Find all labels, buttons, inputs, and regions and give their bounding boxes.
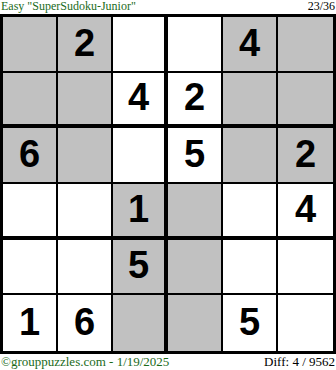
cell-r3c6[interactable]: 2	[278, 128, 333, 184]
cell-r1c6[interactable]	[278, 17, 333, 73]
cell-r1c5[interactable]: 4	[223, 17, 278, 73]
given-digit: 5	[184, 135, 205, 173]
given-digit: 1	[128, 190, 149, 228]
cell-r5c6[interactable]	[278, 240, 333, 296]
cell-r4c2[interactable]	[58, 184, 113, 240]
header-bar: Easy "SuperSudoku-Junior" 23/36	[0, 0, 336, 14]
cell-r4c4[interactable]	[168, 184, 223, 240]
sudoku-grid: 2442652145165	[0, 14, 336, 354]
cell-r6c6[interactable]	[278, 295, 333, 351]
cell-r6c1[interactable]: 1	[3, 295, 58, 351]
cell-r5c1[interactable]	[3, 240, 58, 296]
cell-r4c3[interactable]: 1	[113, 184, 168, 240]
cell-r6c3[interactable]	[113, 295, 168, 351]
given-digit: 5	[239, 303, 260, 341]
puzzle-title: Easy "SuperSudoku-Junior"	[1, 0, 136, 13]
cell-r3c1[interactable]: 6	[3, 128, 58, 184]
cell-r5c5[interactable]	[223, 240, 278, 296]
cell-r3c2[interactable]	[58, 128, 113, 184]
given-digit: 6	[74, 303, 95, 341]
cell-r1c1[interactable]	[3, 17, 58, 73]
given-digit: 4	[295, 190, 316, 228]
copyright-text: ©grouppuzzles.com - 1/19/2025	[1, 355, 169, 369]
cell-r2c3[interactable]: 4	[113, 73, 168, 129]
given-digit: 5	[128, 246, 149, 284]
cell-r2c4[interactable]: 2	[168, 73, 223, 129]
cell-r2c1[interactable]	[3, 73, 58, 129]
given-digit: 2	[295, 135, 316, 173]
given-digit: 2	[74, 24, 95, 62]
cell-r2c6[interactable]	[278, 73, 333, 129]
cell-r1c4[interactable]	[168, 17, 223, 73]
cell-r6c5[interactable]: 5	[223, 295, 278, 351]
footer-bar: ©grouppuzzles.com - 1/19/2025 Diff: 4 / …	[0, 355, 336, 370]
cell-r6c4[interactable]	[168, 295, 223, 351]
cell-r3c4[interactable]: 5	[168, 128, 223, 184]
difficulty-text: Diff: 4 / 9562	[264, 355, 335, 369]
cell-r5c4[interactable]	[168, 240, 223, 296]
cell-r1c3[interactable]	[113, 17, 168, 73]
cell-r3c3[interactable]	[113, 128, 168, 184]
cell-r4c6[interactable]: 4	[278, 184, 333, 240]
given-digit: 1	[19, 303, 40, 341]
cell-r4c5[interactable]	[223, 184, 278, 240]
given-digit: 6	[19, 135, 40, 173]
cell-r1c2[interactable]: 2	[58, 17, 113, 73]
given-digit: 2	[184, 78, 205, 116]
cell-r6c2[interactable]: 6	[58, 295, 113, 351]
cell-r4c1[interactable]	[3, 184, 58, 240]
cell-r2c2[interactable]	[58, 73, 113, 129]
cell-r5c2[interactable]	[58, 240, 113, 296]
puzzle-counter: 23/36	[308, 0, 335, 13]
cell-r5c3[interactable]: 5	[113, 240, 168, 296]
cell-r2c5[interactable]	[223, 73, 278, 129]
cell-r3c5[interactable]	[223, 128, 278, 184]
given-digit: 4	[128, 78, 149, 116]
given-digit: 4	[239, 24, 260, 62]
